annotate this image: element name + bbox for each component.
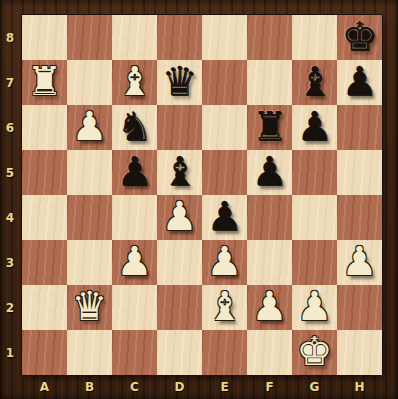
square-f1[interactable]: [247, 330, 292, 375]
square-e4[interactable]: ♟: [202, 195, 247, 240]
square-a7[interactable]: ♜: [22, 60, 67, 105]
square-b2[interactable]: ♛: [67, 285, 112, 330]
rank-label-4: 4: [0, 195, 20, 240]
square-a5[interactable]: [22, 150, 67, 195]
square-d4[interactable]: ♟: [157, 195, 202, 240]
square-h5[interactable]: [337, 150, 382, 195]
piece-black-rook: ♜: [252, 104, 288, 149]
square-d6[interactable]: [157, 105, 202, 150]
square-d3[interactable]: [157, 240, 202, 285]
piece-black-bishop: ♝: [162, 149, 198, 194]
rank-label-5: 5: [0, 150, 20, 195]
square-g6[interactable]: ♟: [292, 105, 337, 150]
square-b8[interactable]: [67, 15, 112, 60]
square-f8[interactable]: [247, 15, 292, 60]
square-a1[interactable]: [22, 330, 67, 375]
square-h1[interactable]: [337, 330, 382, 375]
rank-label-8: 8: [0, 15, 20, 60]
square-e6[interactable]: [202, 105, 247, 150]
piece-white-pawn: ♟: [252, 284, 288, 329]
piece-black-pawn: ♟: [252, 149, 288, 194]
rank-label-2: 2: [0, 285, 20, 330]
rank-label-6: 6: [0, 105, 20, 150]
square-c3[interactable]: ♟: [112, 240, 157, 285]
file-label-a: A: [22, 375, 67, 399]
square-h4[interactable]: [337, 195, 382, 240]
square-d1[interactable]: [157, 330, 202, 375]
square-c7[interactable]: ♝: [112, 60, 157, 105]
square-b3[interactable]: [67, 240, 112, 285]
square-g8[interactable]: [292, 15, 337, 60]
piece-white-king: ♚: [297, 329, 333, 374]
file-labels: ABCDEFGH: [22, 375, 382, 399]
piece-black-pawn: ♟: [207, 194, 243, 239]
piece-black-bishop: ♝: [297, 59, 333, 104]
piece-white-pawn: ♟: [297, 284, 333, 329]
piece-black-king: ♚: [342, 14, 378, 59]
file-label-c: C: [112, 375, 157, 399]
square-e8[interactable]: [202, 15, 247, 60]
rank-label-3: 3: [0, 240, 20, 285]
square-a3[interactable]: [22, 240, 67, 285]
square-c1[interactable]: [112, 330, 157, 375]
square-e7[interactable]: [202, 60, 247, 105]
square-g7[interactable]: ♝: [292, 60, 337, 105]
square-g2[interactable]: ♟: [292, 285, 337, 330]
square-f6[interactable]: ♜: [247, 105, 292, 150]
chess-board-window: 87654321 ♚♜♝♛♝♟♟♞♜♟♟♝♟♟♟♟♟♟♛♝♟♟♚ ABCDEFG…: [0, 0, 398, 399]
square-g5[interactable]: [292, 150, 337, 195]
square-d5[interactable]: ♝: [157, 150, 202, 195]
file-label-b: B: [67, 375, 112, 399]
square-d7[interactable]: ♛: [157, 60, 202, 105]
square-g1[interactable]: ♚: [292, 330, 337, 375]
square-a2[interactable]: [22, 285, 67, 330]
rank-labels: 87654321: [0, 15, 22, 375]
square-h6[interactable]: [337, 105, 382, 150]
square-b4[interactable]: [67, 195, 112, 240]
square-h2[interactable]: [337, 285, 382, 330]
square-f7[interactable]: [247, 60, 292, 105]
piece-black-pawn: ♟: [297, 104, 333, 149]
square-f4[interactable]: [247, 195, 292, 240]
square-b5[interactable]: [67, 150, 112, 195]
square-g4[interactable]: [292, 195, 337, 240]
file-label-f: F: [247, 375, 292, 399]
square-f2[interactable]: ♟: [247, 285, 292, 330]
square-h8[interactable]: ♚: [337, 15, 382, 60]
square-g3[interactable]: [292, 240, 337, 285]
square-f5[interactable]: ♟: [247, 150, 292, 195]
file-label-h: H: [337, 375, 382, 399]
piece-white-bishop: ♝: [117, 59, 153, 104]
square-h7[interactable]: ♟: [337, 60, 382, 105]
square-b1[interactable]: [67, 330, 112, 375]
square-e1[interactable]: [202, 330, 247, 375]
piece-white-pawn: ♟: [117, 239, 153, 284]
square-e3[interactable]: ♟: [202, 240, 247, 285]
piece-white-queen: ♛: [72, 284, 108, 329]
square-a8[interactable]: [22, 15, 67, 60]
piece-white-bishop: ♝: [207, 284, 243, 329]
square-c4[interactable]: [112, 195, 157, 240]
square-b6[interactable]: ♟: [67, 105, 112, 150]
piece-black-queen: ♛: [162, 59, 198, 104]
piece-black-pawn: ♟: [342, 59, 378, 104]
square-a4[interactable]: [22, 195, 67, 240]
square-h3[interactable]: ♟: [337, 240, 382, 285]
piece-white-pawn: ♟: [162, 194, 198, 239]
file-label-g: G: [292, 375, 337, 399]
rank-label-7: 7: [0, 60, 20, 105]
board: ♚♜♝♛♝♟♟♞♜♟♟♝♟♟♟♟♟♟♛♝♟♟♚: [22, 15, 382, 375]
file-label-e: E: [202, 375, 247, 399]
piece-white-pawn: ♟: [72, 104, 108, 149]
piece-white-pawn: ♟: [342, 239, 378, 284]
square-d8[interactable]: [157, 15, 202, 60]
piece-black-knight: ♞: [117, 104, 153, 149]
square-e5[interactable]: [202, 150, 247, 195]
piece-white-pawn: ♟: [207, 239, 243, 284]
square-e2[interactable]: ♝: [202, 285, 247, 330]
file-label-d: D: [157, 375, 202, 399]
square-d2[interactable]: [157, 285, 202, 330]
square-a6[interactable]: [22, 105, 67, 150]
rank-label-1: 1: [0, 330, 20, 375]
square-f3[interactable]: [247, 240, 292, 285]
square-c2[interactable]: [112, 285, 157, 330]
square-c5[interactable]: ♟: [112, 150, 157, 195]
square-c8[interactable]: [112, 15, 157, 60]
piece-white-rook: ♜: [27, 59, 63, 104]
square-c6[interactable]: ♞: [112, 105, 157, 150]
piece-black-pawn: ♟: [117, 149, 153, 194]
square-b7[interactable]: [67, 60, 112, 105]
